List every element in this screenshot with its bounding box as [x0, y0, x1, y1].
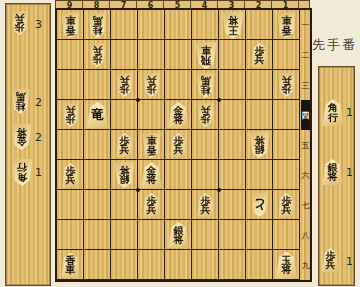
piece-kanji: 将 [120, 166, 130, 176]
piece-kanji: 銀 [255, 145, 265, 155]
board-square-7-1[interactable] [111, 10, 138, 40]
board-square-4-5[interactable] [192, 130, 219, 160]
piece-kanji: 兵 [282, 76, 292, 86]
piece-kanji: 将 [17, 128, 27, 138]
board-square-9-8[interactable] [57, 220, 84, 250]
piece-kanji: 馬 [93, 16, 103, 26]
piece-kanji: 歩 [15, 23, 25, 33]
piece-kanji: 竜 [91, 108, 104, 122]
piece-kanji: 将 [255, 136, 265, 146]
board-square-9-5[interactable] [57, 130, 84, 160]
star-point [136, 188, 140, 192]
board-square-6-4[interactable] [138, 100, 165, 130]
board-square-1-2[interactable] [273, 40, 300, 70]
piece-kanji: 行 [17, 163, 27, 173]
piece-kanji: 飛 [201, 55, 211, 65]
board-square-1-6[interactable] [273, 160, 300, 190]
board-square-8-8[interactable] [84, 220, 111, 250]
board-square-4-1[interactable] [192, 10, 219, 40]
piece-kanji: 馬 [16, 92, 26, 102]
rank-label-5: 五 [301, 130, 310, 160]
rank-label-7: 七 [301, 190, 310, 220]
board-square-5-2[interactable] [165, 40, 192, 70]
board-square-1-8[interactable] [273, 220, 300, 250]
piece-kanji: 王 [228, 25, 238, 35]
board-square-5-6[interactable] [165, 160, 192, 190]
piece-kanji: 兵 [201, 205, 211, 215]
board-square-6-8[interactable] [138, 220, 165, 250]
piece-kanji: 歩 [120, 85, 130, 95]
piece-kanji: 兵 [282, 205, 292, 215]
piece-kanji: 車 [282, 16, 292, 26]
board-square-4-9[interactable] [192, 250, 219, 280]
turn-indicator-label: 先手番 [312, 36, 360, 54]
piece-kanji: 兵 [147, 76, 157, 86]
shogi-app: 987654321 一二三四五六七八九 先手番 香車桂馬王将香車歩兵飛車歩兵歩兵… [0, 0, 360, 287]
piece-kanji: 兵 [120, 145, 130, 155]
rank-label-6: 六 [301, 160, 310, 190]
board-square-9-2[interactable] [57, 40, 84, 70]
board-square-8-7[interactable] [84, 190, 111, 220]
piece-kanji: 兵 [120, 76, 130, 86]
captured-count-bishop: 1 [35, 166, 42, 179]
star-point [136, 98, 140, 102]
board-square-9-7[interactable] [57, 190, 84, 220]
piece-kanji: 将 [174, 115, 184, 125]
board-square-6-1[interactable] [138, 10, 165, 40]
board-square-1-4[interactable] [273, 100, 300, 130]
piece-kanji: 兵 [147, 205, 157, 215]
board-square-8-3[interactable] [84, 70, 111, 100]
piece-kanji: 銀 [120, 175, 130, 185]
piece-kanji: 香 [147, 145, 157, 155]
board-square-5-3[interactable] [165, 70, 192, 100]
board-square-3-4[interactable] [219, 100, 246, 130]
board-square-4-6[interactable] [192, 160, 219, 190]
piece-kanji: 行 [328, 113, 338, 123]
piece-kanji: 歩 [66, 115, 76, 125]
board-square-5-7[interactable] [165, 190, 192, 220]
board-square-7-9[interactable] [111, 250, 138, 280]
board-square-1-5[interactable] [273, 130, 300, 160]
star-point [217, 188, 221, 192]
rank-label-1: 一 [301, 10, 310, 40]
board-square-8-6[interactable] [84, 160, 111, 190]
piece-kanji: 歩 [93, 55, 103, 65]
piece-kanji: 車 [201, 46, 211, 56]
piece-kanji: 将 [174, 235, 184, 245]
board-square-5-9[interactable] [165, 250, 192, 280]
board-square-2-6[interactable] [246, 160, 273, 190]
piece-kanji: 兵 [255, 55, 265, 65]
piece-kanji: 車 [66, 16, 76, 26]
board-square-4-8[interactable] [192, 220, 219, 250]
piece-kanji: 香 [66, 25, 76, 35]
board-square-6-2[interactable] [138, 40, 165, 70]
rank-label-8: 八 [301, 220, 310, 250]
piece-kanji: 桂 [93, 25, 103, 35]
captured-count-pawn: 1 [346, 255, 353, 268]
star-point [217, 98, 221, 102]
piece-kanji: 兵 [326, 260, 336, 270]
rank-label-9: 九 [301, 250, 310, 280]
piece-kanji: 兵 [66, 106, 76, 116]
piece-kanji: 歩 [201, 115, 211, 125]
captured-count-pawn: 3 [35, 18, 42, 31]
piece-kanji: 金 [17, 137, 27, 147]
board-square-3-6[interactable] [219, 160, 246, 190]
board-square-2-8[interactable] [246, 220, 273, 250]
piece-kanji: 兵 [93, 46, 103, 56]
piece-kanji: 将 [147, 175, 157, 185]
board-square-7-2[interactable] [111, 40, 138, 70]
board-square-3-9[interactable] [219, 250, 246, 280]
board-square-3-2[interactable] [219, 40, 246, 70]
board-square-2-3[interactable] [246, 70, 273, 100]
board-square-2-9[interactable] [246, 250, 273, 280]
piece-kanji: 車 [147, 136, 157, 146]
piece-kanji: 歩 [147, 85, 157, 95]
board-square-7-7[interactable] [111, 190, 138, 220]
piece-kanji: 歩 [282, 85, 292, 95]
captured-count-knight: 2 [35, 96, 42, 109]
board-square-3-5[interactable] [219, 130, 246, 160]
piece-kanji: 桂 [201, 85, 211, 95]
piece-kanji: 兵 [201, 106, 211, 116]
board-square-2-1[interactable] [246, 10, 273, 40]
board-square-6-9[interactable] [138, 250, 165, 280]
board-square-8-9[interactable] [84, 250, 111, 280]
board-square-7-4[interactable] [111, 100, 138, 130]
piece-kanji: 兵 [174, 145, 184, 155]
board-square-3-3[interactable] [219, 70, 246, 100]
piece-kanji: 角 [17, 173, 27, 183]
board-square-9-3[interactable] [57, 70, 84, 100]
board-square-5-1[interactable] [165, 10, 192, 40]
board-square-2-4[interactable] [246, 100, 273, 130]
rank-label-4: 四 [301, 100, 310, 130]
piece-kanji: 桂 [16, 102, 26, 112]
captured-count-bishop: 1 [346, 106, 353, 119]
piece-kanji: 馬 [201, 76, 211, 86]
piece-kanji: 香 [282, 25, 292, 35]
board-square-3-7[interactable] [219, 190, 246, 220]
piece-kanji: 兵 [15, 14, 25, 24]
piece-kanji: 将 [328, 172, 338, 182]
board-square-8-5[interactable] [84, 130, 111, 160]
captured-count-silver: 1 [346, 166, 353, 179]
board-square-3-8[interactable] [219, 220, 246, 250]
board-square-7-8[interactable] [111, 220, 138, 250]
piece-kanji: 兵 [66, 175, 76, 185]
captured-count-gold: 2 [35, 131, 42, 144]
rank-label-3: 三 [301, 70, 310, 100]
piece-kanji: 車 [66, 265, 76, 275]
piece-kanji: と [253, 198, 266, 212]
rank-label-2: 二 [301, 40, 310, 70]
piece-kanji: 将 [282, 265, 292, 275]
piece-kanji: 将 [228, 16, 238, 26]
